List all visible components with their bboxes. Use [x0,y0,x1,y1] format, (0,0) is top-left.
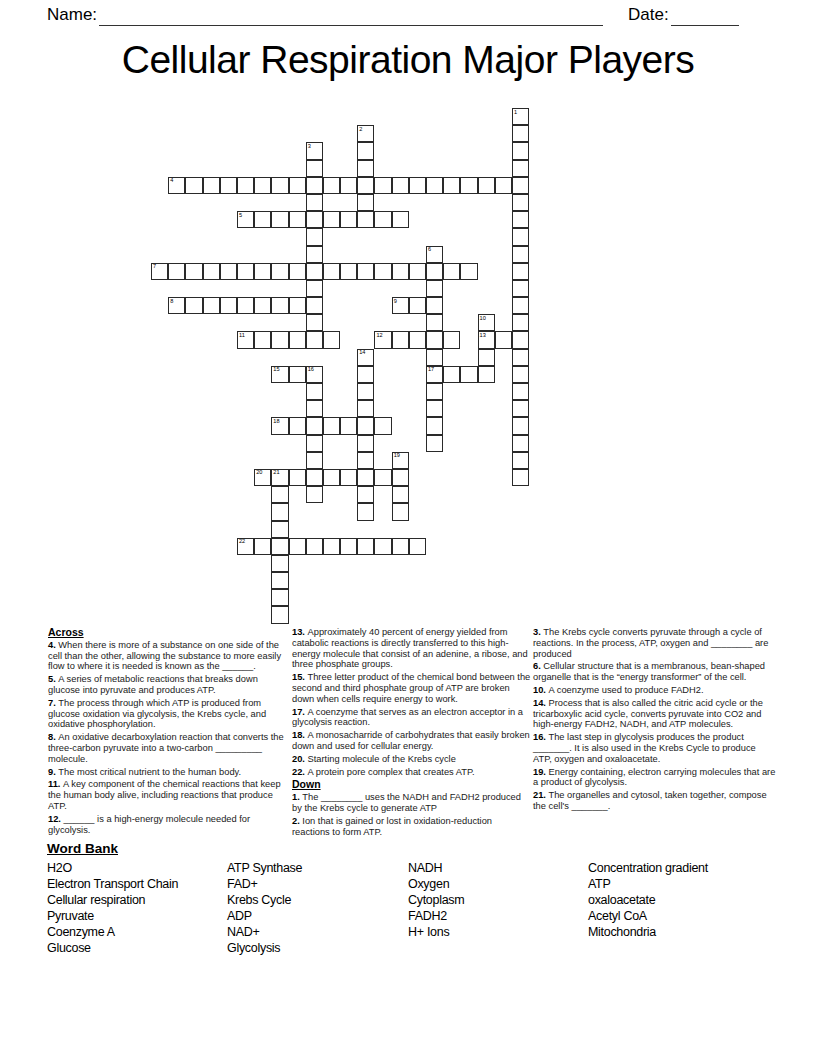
grid-cell-r16c12[interactable] [357,383,374,400]
grid-cell-r18c12[interactable] [357,417,374,434]
clue-6: 6. Cellular structure that is a membrano… [533,661,776,683]
clue-number-5: 5 [239,212,242,219]
word-bank-item: H2O [47,860,227,876]
grid-cell-r3c21[interactable] [512,160,529,177]
grid-cell-r4c4[interactable] [220,177,237,194]
grid-cell-r11c6[interactable] [254,297,271,314]
down-header: Down [292,779,532,790]
grid-cell-r5c21[interactable] [512,194,529,211]
grid-cell-r25c7[interactable] [271,538,288,555]
grid-cell-r11c15[interactable] [409,297,426,314]
grid-cell-r4c18[interactable] [460,177,477,194]
grid-cell-r15c21[interactable] [512,366,529,383]
grid-cell-r10c9[interactable] [306,280,323,297]
grid-cell-r6c12[interactable] [357,211,374,228]
grid-cell-r16c21[interactable] [512,383,529,400]
grid-cell-r2c9[interactable]: 3 [306,142,323,159]
word-bank-item: NADH [408,860,588,876]
word-bank-item: Cellular respiration [47,892,227,908]
grid-cell-r12c21[interactable] [512,314,529,331]
grid-cell-r18c10[interactable] [323,417,340,434]
grid-cell-r17c21[interactable] [512,400,529,417]
clue-13: 13. Approximately 40 percent of energy y… [292,627,532,670]
grid-cell-r9c21[interactable] [512,263,529,280]
word-bank-item: Acetyl CoA [588,908,778,924]
grid-cell-r23c7[interactable] [271,503,288,520]
grid-cell-r12c16[interactable] [426,314,443,331]
grid-cell-r12c9[interactable] [306,314,323,331]
name-label: Name: [47,5,97,25]
grid-cell-r20c14[interactable]: 19 [392,452,409,469]
grid-cell-r16c16[interactable] [426,383,443,400]
grid-cell-r13c20[interactable] [495,331,512,348]
name-blank-line[interactable] [99,5,603,26]
grid-cell-r13c15[interactable] [409,331,426,348]
grid-cell-r11c8[interactable] [289,297,306,314]
word-bank-item: Glucose [47,940,227,956]
grid-cell-r5c12[interactable] [357,194,374,211]
clue-number-1: 1 [514,109,517,116]
word-bank-column: H2OElectron Transport ChainCellular resp… [47,860,227,956]
clue-number-4: 4 [170,177,173,184]
word-bank-item: Cytoplasm [408,892,588,908]
grid-cell-r14c21[interactable] [512,349,529,366]
grid-cell-r9c3[interactable] [203,263,220,280]
clue-19: 19. Energy containing, electron carrying… [533,767,776,789]
grid-cell-r17c9[interactable] [306,400,323,417]
grid-cell-r18c11[interactable] [340,417,357,434]
clue-number-2: 2 [359,126,362,133]
grid-cell-r11c7[interactable] [271,297,288,314]
grid-cell-r6c7[interactable] [271,211,288,228]
grid-cell-r18c16[interactable] [426,417,443,434]
grid-cell-r11c3[interactable] [203,297,220,314]
grid-cell-r4c7[interactable] [271,177,288,194]
grid-cell-r11c14[interactable]: 9 [392,297,409,314]
grid-cell-r8c21[interactable] [512,246,529,263]
grid-cell-r4c13[interactable] [374,177,391,194]
grid-cell-r9c9[interactable] [306,263,323,280]
grid-cell-r15c17[interactable] [443,366,460,383]
grid-cell-r20c9[interactable] [306,452,323,469]
grid-cell-r3c12[interactable] [357,160,374,177]
grid-cell-r4c15[interactable] [409,177,426,194]
clue-number-21: 21 [273,469,279,476]
grid-cell-r15c18[interactable] [460,366,477,383]
grid-cell-r5c9[interactable] [306,194,323,211]
grid-cell-r21c12[interactable] [357,469,374,486]
clue-8: 8. An oxidative decarboxylation reaction… [48,732,288,764]
grid-cell-r21c10[interactable] [323,469,340,486]
grid-cell-r4c17[interactable] [443,177,460,194]
grid-cell-r4c2[interactable] [185,177,202,194]
clue-number-13: 13 [480,332,486,339]
grid-cell-r13c5[interactable]: 11 [237,331,254,348]
grid-cell-r12c19[interactable]: 10 [478,314,495,331]
word-bank-item: Electron Transport Chain [47,876,227,892]
grid-cell-r9c10[interactable] [323,263,340,280]
grid-cell-r18c9[interactable] [306,417,323,434]
grid-cell-r9c18[interactable] [460,263,477,280]
clues-column-across: Across4. When there is more of a substan… [48,627,288,837]
grid-cell-r15c7[interactable]: 15 [271,366,288,383]
grid-cell-r25c12[interactable] [357,538,374,555]
grid-cell-r22c12[interactable] [357,486,374,503]
grid-cell-r9c11[interactable] [340,263,357,280]
grid-cell-r25c9[interactable] [306,538,323,555]
grid-cell-r23c12[interactable] [357,503,374,520]
grid-cell-r13c7[interactable] [271,331,288,348]
grid-cell-r21c11[interactable] [340,469,357,486]
word-bank-item: Concentration gradient [588,860,778,876]
grid-cell-r11c21[interactable] [512,297,529,314]
grid-cell-r6c21[interactable] [512,211,529,228]
word-bank-item: NAD+ [227,924,407,940]
grid-cell-r6c11[interactable] [340,211,357,228]
grid-cell-r4c8[interactable] [289,177,306,194]
grid-cell-r4c20[interactable] [495,177,512,194]
grid-cell-r13c9[interactable] [306,331,323,348]
clue-number-22: 22 [239,538,245,545]
crossword-grid: 12345678910111213141516171819202122 [151,108,529,624]
grid-cell-r24c7[interactable] [271,521,288,538]
grid-cell-r25c15[interactable] [409,538,426,555]
grid-cell-r21c13[interactable] [374,469,391,486]
grid-cell-r9c15[interactable] [409,263,426,280]
grid-cell-r21c14[interactable] [392,469,409,486]
grid-cell-r2c21[interactable] [512,142,529,159]
grid-cell-r13c17[interactable] [443,331,460,348]
grid-cell-r29c7[interactable] [271,606,288,623]
word-bank-item: Coenzyme A [47,924,227,940]
clue-2: 2. Ion that is gained or lost in oxidati… [292,816,532,838]
grid-cell-r25c6[interactable] [254,538,271,555]
grid-cell-r13c13[interactable]: 12 [374,331,391,348]
grid-cell-r13c14[interactable] [392,331,409,348]
grid-cell-r2c12[interactable] [357,142,374,159]
grid-cell-r19c16[interactable] [426,435,443,452]
grid-cell-r25c5[interactable]: 22 [237,538,254,555]
grid-cell-r19c12[interactable] [357,435,374,452]
word-bank-column: NADHOxygenCytoplasmFADH2H+ Ions [408,860,588,940]
grid-cell-r13c21[interactable] [512,331,529,348]
grid-cell-r19c21[interactable] [512,435,529,452]
date-label: Date: [628,5,669,25]
word-bank-item: ATP Synthase [227,860,407,876]
grid-cell-r11c1[interactable]: 8 [168,297,185,314]
page-title: Cellular Respiration Major Players [0,38,816,82]
grid-cell-r25c8[interactable] [289,538,306,555]
grid-cell-r15c12[interactable] [357,366,374,383]
grid-cell-r16c9[interactable] [306,383,323,400]
grid-cell-r9c14[interactable] [392,263,409,280]
clue-number-10: 10 [480,315,486,322]
clue-number-11: 11 [239,332,245,339]
clue-number-9: 9 [394,298,397,305]
grid-cell-r26c7[interactable] [271,555,288,572]
grid-cell-r1c21[interactable] [512,125,529,142]
grid-cell-r10c16[interactable] [426,280,443,297]
grid-cell-r15c19[interactable] [478,366,495,383]
clue-11: 11. A key component of the chemical reac… [48,779,288,811]
grid-cell-r9c7[interactable] [271,263,288,280]
grid-cell-r23c14[interactable] [392,503,409,520]
clue-number-15: 15 [273,366,279,373]
word-bank-item: Glycolysis [227,940,407,956]
grid-cell-r8c9[interactable] [306,246,323,263]
clue-number-19: 19 [394,452,400,459]
grid-cell-r10c21[interactable] [512,280,529,297]
grid-cell-r21c8[interactable] [289,469,306,486]
clue-12: 12. ______ is a high-energy molecule nee… [48,814,288,836]
word-bank-item: Pyruvate [47,908,227,924]
grid-cell-r17c12[interactable] [357,400,374,417]
grid-cell-r6c13[interactable] [374,211,391,228]
grid-cell-r9c5[interactable] [237,263,254,280]
word-bank-column: ATP SynthaseFAD+Krebs CycleADPNAD+Glycol… [227,860,407,956]
word-bank-item: Krebs Cycle [227,892,407,908]
grid-cell-r20c21[interactable] [512,452,529,469]
word-bank-item: FAD+ [227,876,407,892]
grid-cell-r9c2[interactable] [185,263,202,280]
grid-cell-r25c11[interactable] [340,538,357,555]
word-bank-item: Oxygen [408,876,588,892]
grid-cell-r9c6[interactable] [254,263,271,280]
grid-cell-r4c5[interactable] [237,177,254,194]
clue-number-16: 16 [308,366,314,373]
word-bank-column: Concentration gradientATPoxaloacetateAce… [588,860,778,940]
clue-3: 3. The Krebs cycle converts pyruvate thr… [533,627,776,659]
grid-cell-r15c16[interactable]: 17 [426,366,443,383]
grid-cell-r27c7[interactable] [271,572,288,589]
grid-cell-r28c7[interactable] [271,589,288,606]
grid-cell-r4c3[interactable] [203,177,220,194]
date-blank-line[interactable] [671,5,739,26]
grid-cell-r18c7[interactable]: 18 [271,417,288,434]
grid-cell-r4c12[interactable] [357,177,374,194]
clues-column-middle: 13. Approximately 40 percent of energy y… [292,627,532,839]
across-header: Across [48,627,288,638]
grid-cell-r1c12[interactable]: 2 [357,125,374,142]
word-bank-item: ADP [227,908,407,924]
clue-21: 21. The organelles and cytosol, taken to… [533,790,776,812]
grid-cell-r9c16[interactable] [426,263,443,280]
clue-number-12: 12 [376,332,382,339]
grid-cell-r22c14[interactable] [392,486,409,503]
grid-cell-r4c16[interactable] [426,177,443,194]
clue-number-20: 20 [256,469,262,476]
grid-cell-r14c12[interactable]: 14 [357,349,374,366]
clue-22: 22. A protein pore complex that creates … [292,767,532,778]
grid-cell-r18c13[interactable] [374,417,391,434]
grid-cell-r21c7[interactable]: 21 [271,469,288,486]
grid-cell-r4c10[interactable] [323,177,340,194]
word-bank-item: Mitochondria [588,924,778,940]
grid-cell-r15c8[interactable] [289,366,306,383]
grid-cell-r9c17[interactable] [443,263,460,280]
grid-cell-r7c21[interactable] [512,228,529,245]
grid-cell-r6c14[interactable] [392,211,409,228]
grid-cell-r14c16[interactable] [426,349,443,366]
grid-cell-r11c9[interactable] [306,297,323,314]
grid-cell-r9c12[interactable] [357,263,374,280]
clue-9: 9. The most critical nutrient to the hum… [48,767,288,778]
grid-cell-r4c1[interactable]: 4 [168,177,185,194]
clue-20: 20. Starting molecule of the Krebs cycle [292,754,532,765]
grid-cell-r6c9[interactable] [306,211,323,228]
clue-1: 1. The ________ uses the NADH and FADH2 … [292,792,532,814]
clue-7: 7. The process through which ATP is prod… [48,698,288,730]
clue-10: 10. A coenzyme used to produce FADH2. [533,685,776,696]
grid-cell-r9c1[interactable] [168,263,185,280]
grid-cell-r9c13[interactable] [374,263,391,280]
grid-cell-r11c16[interactable] [426,297,443,314]
grid-cell-r4c9[interactable] [306,177,323,194]
grid-cell-r13c16[interactable] [426,331,443,348]
grid-cell-r8c16[interactable]: 6 [426,246,443,263]
clue-14: 14. Process that is also called the citr… [533,698,776,730]
word-bank-item: ATP [588,876,778,892]
grid-cell-r14c19[interactable] [478,349,495,366]
clue-17: 17. A coenzyme that serves as an electro… [292,707,532,729]
clue-5: 5. A series of metabolic reactions that … [48,674,288,696]
grid-cell-r11c5[interactable] [237,297,254,314]
clue-number-17: 17 [428,366,434,373]
grid-cell-r0c21[interactable]: 1 [512,108,529,125]
grid-cell-r4c19[interactable] [478,177,495,194]
clue-number-14: 14 [359,349,365,356]
word-bank-item: FADH2 [408,908,588,924]
grid-cell-r17c16[interactable] [426,400,443,417]
clue-4: 4. When there is more of a substance on … [48,640,288,672]
grid-cell-r20c12[interactable] [357,452,374,469]
grid-cell-r6c5[interactable]: 5 [237,211,254,228]
grid-cell-r21c9[interactable] [306,469,323,486]
grid-cell-r13c8[interactable] [289,331,306,348]
word-bank-item: oxaloacetate [588,892,778,908]
clue-number-6: 6 [428,246,431,253]
grid-cell-r21c21[interactable] [512,469,529,486]
clue-number-8: 8 [170,298,173,305]
clue-16: 16. The last step in glycolysis produces… [533,732,776,764]
grid-cell-r6c10[interactable] [323,211,340,228]
clue-number-3: 3 [308,143,311,150]
grid-cell-r21c6[interactable]: 20 [254,469,271,486]
clue-number-18: 18 [273,418,279,425]
grid-cell-r6c8[interactable] [289,211,306,228]
grid-cell-r4c6[interactable] [254,177,271,194]
grid-cell-r9c0[interactable]: 7 [151,263,168,280]
grid-cell-r25c13[interactable] [374,538,391,555]
grid-cell-r11c4[interactable] [220,297,237,314]
clues-column-down: 3. The Krebs cycle converts pyruvate thr… [533,627,776,814]
grid-cell-r4c11[interactable] [340,177,357,194]
grid-cell-r11c2[interactable] [185,297,202,314]
grid-cell-r3c9[interactable] [306,160,323,177]
grid-cell-r13c10[interactable] [323,331,340,348]
grid-cell-r4c21[interactable] [512,177,529,194]
grid-cell-r25c14[interactable] [392,538,409,555]
clue-15: 15. Three letter product of the chemical… [292,672,532,704]
grid-cell-r9c4[interactable] [220,263,237,280]
grid-cell-r7c9[interactable] [306,228,323,245]
grid-cell-r18c21[interactable] [512,417,529,434]
grid-cell-r13c19[interactable]: 13 [478,331,495,348]
grid-cell-r6c6[interactable] [254,211,271,228]
grid-cell-r25c10[interactable] [323,538,340,555]
grid-cell-r22c9[interactable] [306,486,323,503]
grid-cell-r15c9[interactable]: 16 [306,366,323,383]
clue-18: 18. A monosacharride of carbohydrates th… [292,730,532,752]
grid-cell-r22c7[interactable] [271,486,288,503]
clue-number-7: 7 [153,263,156,270]
grid-cell-r4c14[interactable] [392,177,409,194]
grid-cell-r9c8[interactable] [289,263,306,280]
grid-cell-r13c6[interactable] [254,331,271,348]
grid-cell-r19c9[interactable] [306,435,323,452]
grid-cell-r18c8[interactable] [289,417,306,434]
word-bank-item: H+ Ions [408,924,588,940]
word-bank-header: Word Bank [47,841,118,856]
